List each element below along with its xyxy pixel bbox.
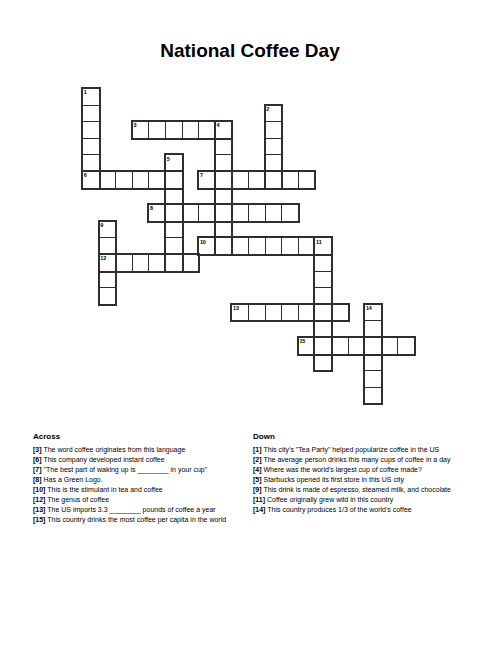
grid-cell[interactable] bbox=[314, 237, 332, 255]
clue-number-label: [15] bbox=[33, 516, 45, 523]
grid-cell[interactable] bbox=[165, 121, 183, 139]
grid-cell[interactable] bbox=[314, 337, 332, 355]
grid-cell[interactable] bbox=[298, 337, 316, 355]
grid-cell[interactable] bbox=[364, 370, 382, 388]
down-clue-5: [5] Starbucks opened its first store in … bbox=[253, 475, 488, 485]
across-clue-10: [10] This is the stimulant in tea and co… bbox=[33, 485, 251, 495]
down-clue-list: [1] This city's "Tea Party" helped popul… bbox=[253, 445, 488, 515]
crossword-grid: 123456789101112131415 bbox=[82, 88, 415, 404]
grid-cell[interactable] bbox=[265, 154, 283, 172]
across-clue-6: [6] This company developed instant coffe… bbox=[33, 455, 251, 465]
grid-cell[interactable] bbox=[248, 304, 266, 322]
grid-cell[interactable] bbox=[165, 154, 183, 172]
clue-number-label: [3] bbox=[33, 446, 42, 453]
grid-cell[interactable] bbox=[248, 204, 266, 222]
across-clue-list: [3] The word coffee originates from this… bbox=[33, 445, 251, 525]
grid-cell[interactable] bbox=[331, 337, 349, 355]
grid-cell[interactable] bbox=[165, 204, 183, 222]
grid-cell[interactable] bbox=[231, 171, 249, 189]
down-clue-9: [9] This drink is made of espresso, stea… bbox=[253, 485, 488, 495]
grid-cell[interactable] bbox=[265, 121, 283, 139]
grid-cell[interactable] bbox=[364, 387, 382, 405]
clue-number-label: [10] bbox=[33, 486, 45, 493]
grid-cell[interactable] bbox=[82, 121, 100, 139]
grid-cell[interactable] bbox=[248, 237, 266, 255]
grid-cell[interactable] bbox=[182, 121, 200, 139]
grid-cell[interactable] bbox=[215, 188, 233, 206]
grid-cell[interactable] bbox=[281, 237, 299, 255]
down-clue-11: [11] Coffee originally grew wild in this… bbox=[253, 495, 488, 505]
grid-cell[interactable] bbox=[215, 237, 233, 255]
across-clues: Across [3] The word coffee originates fr… bbox=[33, 431, 251, 525]
grid-cell[interactable] bbox=[364, 337, 382, 355]
grid-cell[interactable] bbox=[364, 304, 382, 322]
clue-number-label: [14] bbox=[253, 506, 265, 513]
grid-cell[interactable] bbox=[99, 254, 117, 272]
grid-cell[interactable] bbox=[198, 237, 216, 255]
grid-cell[interactable] bbox=[265, 138, 283, 156]
grid-cell[interactable] bbox=[198, 121, 216, 139]
down-clue-14: [14] This country produces 1/3 of the wo… bbox=[253, 505, 488, 515]
grid-cell[interactable] bbox=[165, 171, 183, 189]
grid-cell[interactable] bbox=[215, 171, 233, 189]
grid-cell[interactable] bbox=[99, 237, 117, 255]
across-clue-13: [13] The US imports 3.3 ________ pounds … bbox=[33, 505, 251, 515]
clue-number-label: [5] bbox=[253, 476, 262, 483]
grid-cell[interactable] bbox=[215, 138, 233, 156]
grid-cell[interactable] bbox=[148, 121, 166, 139]
grid-cell[interactable] bbox=[364, 354, 382, 372]
clue-number-label: [1] bbox=[253, 446, 262, 453]
clue-number-label: [7] bbox=[33, 466, 42, 473]
grid-cell[interactable] bbox=[132, 121, 150, 139]
grid-cell[interactable] bbox=[132, 254, 150, 272]
across-clue-7: [7] "The best part of waking up is _____… bbox=[33, 465, 251, 475]
clue-number-label: [6] bbox=[33, 456, 42, 463]
grid-cell[interactable] bbox=[314, 320, 332, 338]
grid-cell[interactable] bbox=[82, 88, 100, 106]
grid-cell[interactable] bbox=[182, 204, 200, 222]
grid-cell[interactable] bbox=[99, 171, 117, 189]
grid-cell[interactable] bbox=[198, 171, 216, 189]
grid-cell[interactable] bbox=[331, 304, 349, 322]
grid-cell[interactable] bbox=[281, 204, 299, 222]
across-clue-3: [3] The word coffee originates from this… bbox=[33, 445, 251, 455]
grid-cell[interactable] bbox=[215, 154, 233, 172]
grid-cell[interactable] bbox=[215, 221, 233, 239]
grid-cell[interactable] bbox=[132, 171, 150, 189]
grid-cell[interactable] bbox=[314, 354, 332, 372]
clue-number-label: [8] bbox=[33, 476, 42, 483]
grid-cell[interactable] bbox=[82, 171, 100, 189]
grid-cell[interactable] bbox=[231, 304, 249, 322]
grid-cell[interactable] bbox=[148, 254, 166, 272]
clue-number-label: [13] bbox=[33, 506, 45, 513]
down-clue-4: [4] Where was the world's largest cup of… bbox=[253, 465, 488, 475]
clue-number-label: [12] bbox=[33, 496, 45, 503]
grid-cell[interactable] bbox=[99, 271, 117, 289]
grid-cell[interactable] bbox=[82, 138, 100, 156]
grid-cell[interactable] bbox=[314, 271, 332, 289]
grid-cell[interactable] bbox=[314, 254, 332, 272]
grid-cell[interactable] bbox=[281, 171, 299, 189]
grid-cell[interactable] bbox=[265, 237, 283, 255]
clue-number-label: [4] bbox=[253, 466, 262, 473]
grid-cell[interactable] bbox=[314, 304, 332, 322]
grid-cell[interactable] bbox=[298, 304, 316, 322]
grid-cell[interactable] bbox=[348, 337, 366, 355]
down-clues: Down [1] This city's "Tea Party" helped … bbox=[253, 431, 488, 515]
grid-cell[interactable] bbox=[298, 171, 316, 189]
grid-cell[interactable] bbox=[248, 171, 266, 189]
grid-cell[interactable] bbox=[115, 171, 133, 189]
across-heading: Across bbox=[33, 431, 251, 442]
grid-cell[interactable] bbox=[99, 221, 117, 239]
grid-cell[interactable] bbox=[265, 171, 283, 189]
clue-number-label: [2] bbox=[253, 456, 262, 463]
grid-cell[interactable] bbox=[165, 221, 183, 239]
grid-cell[interactable] bbox=[231, 204, 249, 222]
grid-cell[interactable] bbox=[265, 304, 283, 322]
grid-cell[interactable] bbox=[148, 171, 166, 189]
clue-number-label: [9] bbox=[253, 486, 262, 493]
grid-cell[interactable] bbox=[265, 105, 283, 123]
grid-cell[interactable] bbox=[397, 337, 415, 355]
down-heading: Down bbox=[253, 431, 488, 442]
down-clue-1: [1] This city's "Tea Party" helped popul… bbox=[253, 445, 488, 455]
grid-cell[interactable] bbox=[265, 204, 283, 222]
puzzle-title: National Coffee Day bbox=[0, 40, 500, 62]
grid-cell[interactable] bbox=[165, 254, 183, 272]
grid-cell[interactable] bbox=[364, 320, 382, 338]
grid-cell[interactable] bbox=[115, 254, 133, 272]
grid-cell[interactable] bbox=[381, 337, 399, 355]
down-clue-2: [2] The average person drinks this many … bbox=[253, 455, 488, 465]
grid-cell[interactable] bbox=[314, 287, 332, 305]
grid-cell[interactable] bbox=[231, 237, 249, 255]
clue-number-label: [11] bbox=[253, 496, 265, 503]
puzzle-page: { "page": { "title": "National Coffee Da… bbox=[0, 0, 500, 647]
grid-cell[interactable] bbox=[165, 237, 183, 255]
grid-cell[interactable] bbox=[148, 204, 166, 222]
grid-cell[interactable] bbox=[298, 237, 316, 255]
grid-cell[interactable] bbox=[198, 204, 216, 222]
grid-cell[interactable] bbox=[82, 154, 100, 172]
across-clue-8: [8] Has a Green Logo. bbox=[33, 475, 251, 485]
across-clue-15: [15] This country drinks the most coffee… bbox=[33, 515, 251, 525]
grid-cell[interactable] bbox=[82, 105, 100, 123]
grid-cell[interactable] bbox=[182, 254, 200, 272]
grid-cell[interactable] bbox=[215, 121, 233, 139]
grid-cell[interactable] bbox=[99, 287, 117, 305]
grid-cell[interactable] bbox=[215, 204, 233, 222]
grid-cell[interactable] bbox=[165, 188, 183, 206]
grid-cell[interactable] bbox=[281, 304, 299, 322]
across-clue-12: [12] The genus of coffee bbox=[33, 495, 251, 505]
